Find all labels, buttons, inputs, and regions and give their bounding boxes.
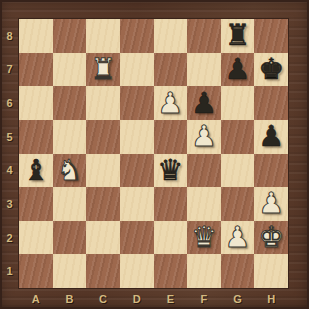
square-f4[interactable]	[187, 154, 221, 188]
square-d4[interactable]	[120, 154, 154, 188]
square-e4[interactable]: ♛	[154, 154, 188, 188]
square-b2[interactable]	[53, 221, 87, 255]
rank-labels: 87654321	[0, 19, 19, 288]
file-label-c: C	[86, 288, 120, 309]
file-label-e: E	[154, 288, 188, 309]
piece-wK-h2[interactable]: ♚	[254, 221, 288, 255]
square-h8[interactable]	[254, 19, 288, 53]
square-c8[interactable]	[86, 19, 120, 53]
piece-bB-a4[interactable]: ♝	[19, 154, 53, 188]
square-b8[interactable]	[53, 19, 87, 53]
board-frame: ♜♜♟♚♟♟♟♟♝♞♛♟♛♟♚ 87654321 ABCDEFGH	[0, 0, 309, 309]
square-h6[interactable]	[254, 86, 288, 120]
square-a7[interactable]	[19, 53, 53, 87]
square-e3[interactable]	[154, 187, 188, 221]
square-e5[interactable]	[154, 120, 188, 154]
rank-label-3: 3	[0, 187, 19, 221]
square-f1[interactable]	[187, 254, 221, 288]
square-b1[interactable]	[53, 254, 87, 288]
square-d7[interactable]	[120, 53, 154, 87]
square-g5[interactable]	[221, 120, 255, 154]
square-c3[interactable]	[86, 187, 120, 221]
square-g2[interactable]: ♟	[221, 221, 255, 255]
square-d5[interactable]	[120, 120, 154, 154]
rank-label-8: 8	[0, 19, 19, 53]
square-c6[interactable]	[86, 86, 120, 120]
square-c4[interactable]	[86, 154, 120, 188]
square-f5[interactable]: ♟	[187, 120, 221, 154]
square-e8[interactable]	[154, 19, 188, 53]
square-e7[interactable]	[154, 53, 188, 87]
square-a4[interactable]: ♝	[19, 154, 53, 188]
file-label-b: B	[53, 288, 87, 309]
square-e2[interactable]	[154, 221, 188, 255]
rank-label-5: 5	[0, 120, 19, 154]
square-e6[interactable]: ♟	[154, 86, 188, 120]
square-f8[interactable]	[187, 19, 221, 53]
square-g3[interactable]	[221, 187, 255, 221]
piece-wN-b4[interactable]: ♞	[53, 154, 87, 188]
square-c7[interactable]: ♜	[86, 53, 120, 87]
piece-wP-h3[interactable]: ♟	[254, 187, 288, 221]
square-g1[interactable]	[221, 254, 255, 288]
piece-wP-g2[interactable]: ♟	[221, 221, 255, 255]
rank-label-1: 1	[0, 254, 19, 288]
piece-bQ-e4[interactable]: ♛	[154, 154, 188, 188]
square-b3[interactable]	[53, 187, 87, 221]
piece-bR-g8[interactable]: ♜	[221, 19, 255, 53]
square-h5[interactable]: ♟	[254, 120, 288, 154]
chess-board: ♜♜♟♚♟♟♟♟♝♞♛♟♛♟♚	[19, 19, 288, 288]
square-e1[interactable]	[154, 254, 188, 288]
piece-wQ-f2[interactable]: ♛	[187, 221, 221, 255]
square-a1[interactable]	[19, 254, 53, 288]
square-h1[interactable]	[254, 254, 288, 288]
rank-label-7: 7	[0, 53, 19, 87]
square-b7[interactable]	[53, 53, 87, 87]
square-a3[interactable]	[19, 187, 53, 221]
square-a5[interactable]	[19, 120, 53, 154]
square-f6[interactable]: ♟	[187, 86, 221, 120]
square-h7[interactable]: ♚	[254, 53, 288, 87]
file-label-d: D	[120, 288, 154, 309]
file-labels: ABCDEFGH	[19, 288, 288, 309]
square-b5[interactable]	[53, 120, 87, 154]
piece-wR-c7[interactable]: ♜	[86, 53, 120, 87]
square-a8[interactable]	[19, 19, 53, 53]
square-d8[interactable]	[120, 19, 154, 53]
piece-bK-h7[interactable]: ♚	[254, 53, 288, 87]
piece-wP-f5[interactable]: ♟	[187, 120, 221, 154]
file-label-f: F	[187, 288, 221, 309]
rank-label-6: 6	[0, 86, 19, 120]
file-label-h: H	[254, 288, 288, 309]
square-b6[interactable]	[53, 86, 87, 120]
piece-bP-f6[interactable]: ♟	[187, 86, 221, 120]
file-label-a: A	[19, 288, 53, 309]
square-d6[interactable]	[120, 86, 154, 120]
square-h3[interactable]: ♟	[254, 187, 288, 221]
square-h2[interactable]: ♚	[254, 221, 288, 255]
piece-bP-h5[interactable]: ♟	[254, 120, 288, 154]
square-b4[interactable]: ♞	[53, 154, 87, 188]
rank-label-4: 4	[0, 154, 19, 188]
square-g6[interactable]	[221, 86, 255, 120]
file-label-g: G	[221, 288, 255, 309]
piece-wP-e6[interactable]: ♟	[154, 86, 188, 120]
square-h4[interactable]	[254, 154, 288, 188]
square-f7[interactable]	[187, 53, 221, 87]
square-a6[interactable]	[19, 86, 53, 120]
square-c5[interactable]	[86, 120, 120, 154]
square-d2[interactable]	[120, 221, 154, 255]
square-g8[interactable]: ♜	[221, 19, 255, 53]
square-d3[interactable]	[120, 187, 154, 221]
square-f2[interactable]: ♛	[187, 221, 221, 255]
piece-bP-g7[interactable]: ♟	[221, 53, 255, 87]
square-c1[interactable]	[86, 254, 120, 288]
square-g4[interactable]	[221, 154, 255, 188]
rank-label-2: 2	[0, 221, 19, 255]
square-c2[interactable]	[86, 221, 120, 255]
square-a2[interactable]	[19, 221, 53, 255]
square-f3[interactable]	[187, 187, 221, 221]
square-d1[interactable]	[120, 254, 154, 288]
square-g7[interactable]: ♟	[221, 53, 255, 87]
